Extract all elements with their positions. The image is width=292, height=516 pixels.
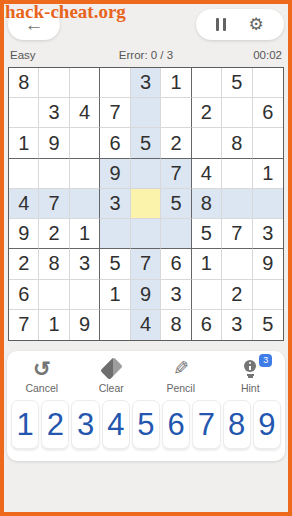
cell-r1c9[interactable] [253, 68, 283, 98]
settings-button[interactable]: ⚙ [248, 16, 263, 33]
numpad-2[interactable]: 2 [41, 400, 69, 449]
cell-r7c9[interactable]: 9 [253, 249, 283, 279]
cell-r5c5[interactable] [131, 189, 161, 219]
cell-r9c1[interactable]: 7 [9, 310, 39, 340]
cell-r1c7[interactable] [192, 68, 222, 98]
cell-r8c6[interactable]: 3 [161, 280, 191, 310]
cell-r7c6[interactable]: 6 [161, 249, 191, 279]
cell-r2c3[interactable]: 4 [70, 98, 100, 128]
cell-r6c4[interactable] [100, 219, 130, 249]
cell-r2c4[interactable]: 7 [100, 98, 130, 128]
cell-r2c8[interactable] [222, 98, 252, 128]
toolbar: ↺ Cancel Clear ✎ Pencil 3 Hint [7, 351, 285, 395]
undo-icon: ↺ [33, 358, 51, 379]
hint-count-badge: 3 [259, 354, 272, 367]
cell-r7c3[interactable]: 3 [70, 249, 100, 279]
cell-r4c4[interactable]: 9 [100, 159, 130, 189]
cell-r9c2[interactable]: 1 [39, 310, 69, 340]
cell-r9c8[interactable]: 3 [222, 310, 252, 340]
clear-button[interactable]: Clear [81, 358, 141, 395]
cell-r4c1[interactable] [9, 159, 39, 189]
cell-r5c6[interactable]: 5 [161, 189, 191, 219]
cell-r3c4[interactable]: 6 [100, 128, 130, 158]
timer: 00:02 [253, 49, 282, 61]
cell-r7c8[interactable] [222, 249, 252, 279]
cell-r4c9[interactable]: 1 [253, 159, 283, 189]
cell-r2c5[interactable] [131, 98, 161, 128]
cell-r6c5[interactable] [131, 219, 161, 249]
cell-r2c7[interactable]: 2 [192, 98, 222, 128]
cancel-label: Cancel [25, 382, 58, 394]
hint-button[interactable]: 3 Hint [220, 358, 280, 395]
cell-r6c3[interactable]: 1 [70, 219, 100, 249]
cell-r8c1[interactable]: 6 [9, 280, 39, 310]
cell-r4c8[interactable] [222, 159, 252, 189]
cell-r2c2[interactable]: 3 [39, 98, 69, 128]
cell-r1c4[interactable] [100, 68, 130, 98]
pencil-icon: ✎ [173, 359, 189, 378]
numpad-8[interactable]: 8 [223, 400, 251, 449]
error-counter: Error: 0 / 3 [9, 49, 283, 61]
cell-r6c9[interactable]: 3 [253, 219, 283, 249]
cell-r1c1[interactable]: 8 [9, 68, 39, 98]
cell-r5c3[interactable] [70, 189, 100, 219]
cell-r2c6[interactable] [161, 98, 191, 128]
cell-r8c3[interactable] [70, 280, 100, 310]
cell-r6c2[interactable]: 2 [39, 219, 69, 249]
numpad-5[interactable]: 5 [132, 400, 160, 449]
cell-r4c2[interactable] [39, 159, 69, 189]
cell-r1c5[interactable]: 3 [131, 68, 161, 98]
cell-r7c2[interactable]: 8 [39, 249, 69, 279]
cell-r5c9[interactable] [253, 189, 283, 219]
cell-r9c4[interactable] [100, 310, 130, 340]
cell-r4c7[interactable]: 4 [192, 159, 222, 189]
cell-r1c2[interactable] [39, 68, 69, 98]
cell-r3c3[interactable] [70, 128, 100, 158]
pencil-button[interactable]: ✎ Pencil [151, 358, 211, 395]
clear-label: Clear [99, 382, 124, 394]
cell-r3c7[interactable] [192, 128, 222, 158]
number-pad: 123456789 [7, 395, 285, 449]
cell-r6c7[interactable]: 5 [192, 219, 222, 249]
cell-r2c1[interactable] [9, 98, 39, 128]
cell-r5c8[interactable] [222, 189, 252, 219]
cell-r4c6[interactable]: 7 [161, 159, 191, 189]
cell-r8c5[interactable]: 9 [131, 280, 161, 310]
cell-r8c9[interactable] [253, 280, 283, 310]
numpad-3[interactable]: 3 [71, 400, 99, 449]
cell-r7c1[interactable]: 2 [9, 249, 39, 279]
cell-r3c8[interactable]: 8 [222, 128, 252, 158]
cell-r7c5[interactable]: 7 [131, 249, 161, 279]
watermark-text: hack-cheat.org [5, 1, 126, 23]
cell-r3c1[interactable]: 1 [9, 128, 39, 158]
hint-label: Hint [241, 382, 260, 394]
cell-r5c2[interactable]: 7 [39, 189, 69, 219]
controls-card: ↺ Cancel Clear ✎ Pencil 3 Hint 123456789 [7, 351, 285, 461]
numpad-9[interactable]: 9 [253, 400, 281, 449]
cell-r3c9[interactable] [253, 128, 283, 158]
cell-r9c6[interactable]: 8 [161, 310, 191, 340]
cell-r1c8[interactable]: 5 [222, 68, 252, 98]
cell-r3c6[interactable]: 2 [161, 128, 191, 158]
cell-r6c8[interactable]: 7 [222, 219, 252, 249]
cancel-button[interactable]: ↺ Cancel [12, 358, 72, 395]
numpad-7[interactable]: 7 [192, 400, 220, 449]
cell-r4c5[interactable] [131, 159, 161, 189]
cell-r9c3[interactable]: 9 [70, 310, 100, 340]
cell-r7c7[interactable]: 1 [192, 249, 222, 279]
topbar-actions: ⚙ [196, 9, 284, 40]
cell-r5c7[interactable]: 8 [192, 189, 222, 219]
lightbulb-icon [244, 360, 257, 378]
cell-r8c2[interactable] [39, 280, 69, 310]
pause-button[interactable] [216, 18, 226, 31]
cell-r9c5[interactable]: 4 [131, 310, 161, 340]
cell-r6c1[interactable]: 9 [9, 219, 39, 249]
cell-r6c6[interactable] [161, 219, 191, 249]
cell-r3c5[interactable]: 5 [131, 128, 161, 158]
cell-r2c9[interactable]: 6 [253, 98, 283, 128]
sudoku-board: 8315347261965289741473589215732835761961… [8, 67, 284, 341]
cell-r8c8[interactable]: 2 [222, 280, 252, 310]
cell-r5c4[interactable]: 3 [100, 189, 130, 219]
cell-r8c7[interactable] [192, 280, 222, 310]
eraser-icon [100, 357, 123, 380]
status-bar: Error: 0 / 3 Easy 00:02 [9, 49, 283, 64]
cell-r1c6[interactable]: 1 [161, 68, 191, 98]
pencil-label: Pencil [166, 382, 195, 394]
cell-r5c1[interactable]: 4 [9, 189, 39, 219]
cell-r8c4[interactable]: 1 [100, 280, 130, 310]
cell-r9c9[interactable]: 5 [253, 310, 283, 340]
numpad-6[interactable]: 6 [162, 400, 190, 449]
difficulty-label: Easy [10, 49, 36, 61]
cell-r9c7[interactable]: 6 [192, 310, 222, 340]
cell-r1c3[interactable] [70, 68, 100, 98]
numpad-1[interactable]: 1 [11, 400, 39, 449]
cell-r3c2[interactable]: 9 [39, 128, 69, 158]
numpad-4[interactable]: 4 [102, 400, 130, 449]
cell-r7c4[interactable]: 5 [100, 249, 130, 279]
cell-r4c3[interactable] [70, 159, 100, 189]
